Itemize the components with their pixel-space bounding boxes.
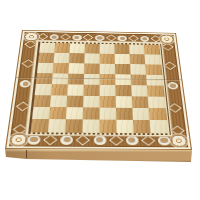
square-h5[interactable] [146,75,163,86]
square-b2[interactable] [49,107,67,119]
rosette-inlay-icon [157,136,170,146]
rosette-core [142,37,147,40]
rosette-core [22,82,28,86]
square-g7[interactable] [130,54,146,64]
square-d7[interactable] [84,53,99,63]
square-b1[interactable] [48,119,66,132]
square-d4[interactable] [83,85,99,96]
square-c6[interactable] [68,63,84,74]
rosette-core [160,138,167,143]
square-f7[interactable] [115,54,131,64]
square-e6[interactable] [100,63,116,74]
square-c3[interactable] [66,96,83,108]
rosette-core [30,137,38,142]
rosette-core [128,138,135,143]
square-e8[interactable] [100,44,115,54]
square-d8[interactable] [85,43,100,53]
square-d2[interactable] [83,108,100,120]
square-g6[interactable] [130,64,146,75]
square-d3[interactable] [83,96,100,108]
square-h7[interactable] [145,54,161,64]
square-a5[interactable] [35,73,52,84]
square-g2[interactable] [133,108,150,120]
rosette-core [120,37,125,40]
square-e5[interactable] [100,74,116,85]
rosette-inlay-icon [27,135,41,145]
rosette-inlay-icon [126,135,139,145]
rosette-inlay-icon [93,135,106,145]
square-h4[interactable] [147,85,164,96]
square-h3[interactable] [148,97,165,109]
square-d5[interactable] [84,74,100,85]
square-f8[interactable] [115,44,130,54]
rosette-inlay-icon [60,135,73,145]
square-c4[interactable] [67,84,84,95]
chess-board [5,30,192,150]
rosette-core [63,137,70,142]
square-f4[interactable] [116,85,132,96]
square-f1[interactable] [116,120,133,133]
square-a2[interactable] [31,107,49,119]
square-a7[interactable] [38,52,54,62]
square-c7[interactable] [69,53,85,63]
square-h2[interactable] [149,108,167,120]
square-e4[interactable] [100,85,116,96]
board-squares-grid [30,43,168,133]
square-d1[interactable] [82,120,99,133]
square-h6[interactable] [146,64,162,75]
rosette-inlay-icon [167,82,178,89]
square-g1[interactable] [133,120,151,133]
square-a8[interactable] [39,43,55,53]
square-a3[interactable] [33,95,51,107]
product-photo-scene [0,0,200,200]
square-e7[interactable] [100,53,115,63]
rosette-core [52,35,57,38]
square-f5[interactable] [115,74,131,85]
square-f2[interactable] [116,108,133,120]
square-b6[interactable] [52,63,68,74]
square-g8[interactable] [129,44,144,54]
rosette-core [97,36,102,39]
square-g5[interactable] [131,74,147,85]
square-h1[interactable] [150,120,168,133]
rosette-core [170,84,176,88]
square-a1[interactable] [30,119,49,132]
square-b4[interactable] [51,84,68,96]
square-f6[interactable] [115,64,131,75]
square-d6[interactable] [84,63,100,74]
square-c8[interactable] [69,43,84,53]
square-g4[interactable] [131,85,148,96]
square-f3[interactable] [116,96,133,108]
hinge-gap [26,150,27,158]
square-g3[interactable] [132,96,149,108]
rosette-core [74,36,79,39]
square-e1[interactable] [100,120,117,133]
rosette-core [96,137,103,142]
square-a6[interactable] [36,63,53,74]
square-h8[interactable] [144,44,160,54]
square-b3[interactable] [50,95,67,107]
square-c2[interactable] [66,107,83,119]
square-c5[interactable] [68,73,84,84]
square-c1[interactable] [65,120,83,133]
square-e3[interactable] [100,96,117,108]
square-b7[interactable] [53,53,69,63]
square-b5[interactable] [51,73,68,84]
square-e2[interactable] [100,108,117,120]
square-a4[interactable] [34,84,51,96]
square-b8[interactable] [54,43,70,53]
